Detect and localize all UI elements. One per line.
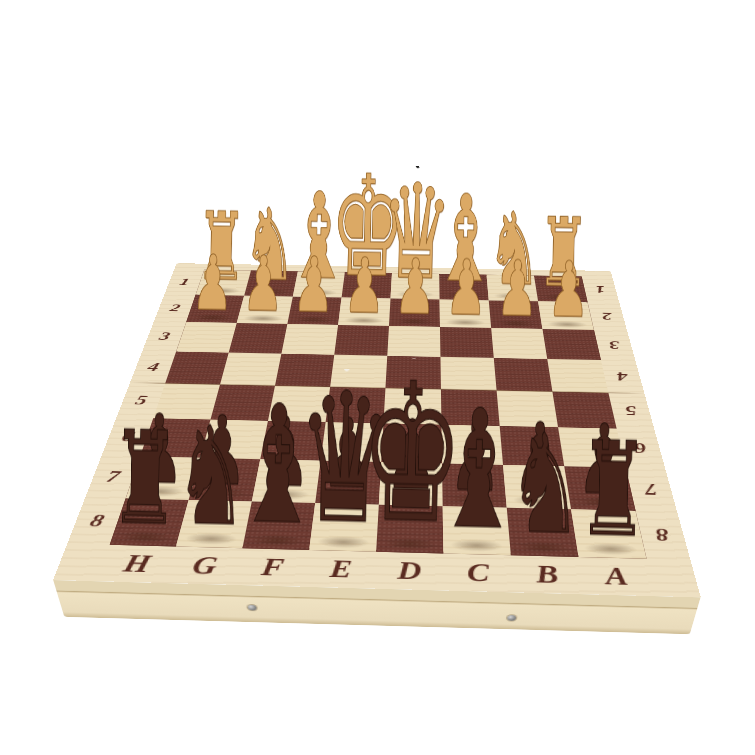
screw-icon [507,615,516,621]
file-label-C: C [443,554,514,593]
file-label-E: E [305,550,377,589]
chess-set-photo: 12345678 ♜♞♝♚♛♝♞♜♟♟♟♟♟♟♟♟♟♟♟♟♟♟♟♟♜♞♝♛♚♝♞… [0,0,755,755]
rank-label-right-4: 4 [601,360,645,394]
square-a8: ♜ [571,510,647,559]
file-label-A: A [579,557,656,596]
file-label-D: D [374,552,444,591]
file-label-H: H [97,545,176,583]
screw-icon [248,605,257,611]
spike-finial-icon [410,342,418,359]
square-a2: ♟ [538,302,594,331]
ball-finial-icon [415,160,420,169]
file-label-B: B [511,556,585,595]
file-label-G: G [166,547,242,585]
square-f3 [281,324,338,355]
chess-board: 12345678 ♜♞♝♚♛♝♞♜♟♟♟♟♟♟♟♟♟♟♟♟♟♟♟♟♜♞♝♛♚♝♞… [53,264,701,598]
square-g3 [229,323,288,354]
file-label-F: F [235,549,309,587]
rank-label-right-3: 3 [594,330,635,361]
square-b3 [491,328,547,359]
spike-finial-icon [367,145,372,157]
black-rook: ♜ [612,426,615,556]
square-a3 [543,329,601,360]
black-rook-glyph: ♜ [540,424,688,557]
square-a4 [547,359,608,393]
board-squares: ♜♞♝♚♛♝♞♜♟♟♟♟♟♟♟♟♟♟♟♟♟♟♟♟♜♞♝♛♚♝♞♜ [110,270,647,559]
square-h3 [176,322,237,352]
board-top-face: 12345678 ♜♞♝♚♛♝♞♜♟♟♟♟♟♟♟♟♟♟♟♟♟♟♟♟♜♞♝♛♚♝♞… [53,264,701,598]
square-h4 [165,352,229,385]
